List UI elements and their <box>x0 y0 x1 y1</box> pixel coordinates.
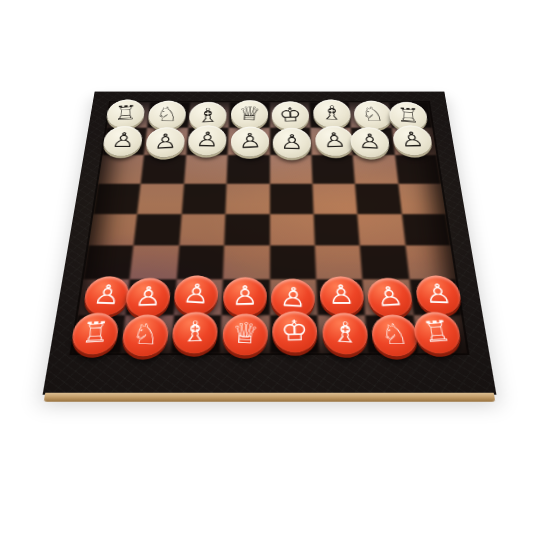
rook-icon: ♖ <box>81 318 111 348</box>
cell-g3 <box>360 246 409 280</box>
cell-a6 <box>98 155 144 184</box>
cell-g8: ♘ <box>349 102 392 128</box>
cell-h8: ♖ <box>389 102 433 128</box>
piece-red-rook-a1: ♖ <box>71 312 120 356</box>
piece-cream-pawn-a7: ♙ <box>102 126 144 156</box>
piece-red-rook-h1: ♖ <box>410 311 463 355</box>
cell-e7: ♙ <box>270 128 312 155</box>
king-icon: ♔ <box>279 105 303 125</box>
cell-e6 <box>270 155 313 184</box>
cell-d1: ♕ <box>220 315 269 353</box>
cell-c4 <box>179 214 226 246</box>
cell-a3 <box>83 246 133 280</box>
cell-e2: ♙ <box>270 279 318 315</box>
cell-f1: ♗ <box>317 315 368 353</box>
cell-g4 <box>358 214 406 246</box>
cell-h3 <box>405 246 455 280</box>
piece-red-pawn-g2: ♙ <box>365 277 415 319</box>
cell-c7: ♙ <box>186 128 229 155</box>
piece-cream-pawn-h7: ♙ <box>391 125 434 155</box>
cell-c5 <box>181 184 226 214</box>
cell-d8: ♕ <box>229 102 270 128</box>
pawn-icon: ♙ <box>238 130 262 151</box>
cell-c2: ♙ <box>174 279 223 315</box>
piece-red-pawn-c2: ♙ <box>172 275 220 316</box>
rook-icon: ♖ <box>420 317 453 347</box>
bishop-icon: ♗ <box>331 318 359 348</box>
knight-icon: ♘ <box>360 104 385 124</box>
pawn-icon: ♙ <box>423 281 453 308</box>
cell-c1: ♗ <box>171 315 222 353</box>
rook-icon: ♖ <box>396 105 420 126</box>
pawn-icon: ♙ <box>195 129 220 150</box>
cell-b5 <box>137 184 183 214</box>
cell-e4 <box>270 214 315 246</box>
piece-red-pawn-f2: ♙ <box>319 277 365 316</box>
piece-cream-pawn-b7: ♙ <box>146 126 185 158</box>
cell-b1: ♘ <box>121 315 173 353</box>
pawn-icon: ♙ <box>399 129 425 150</box>
cell-d7: ♙ <box>228 128 270 155</box>
cell-e1: ♔ <box>270 315 319 353</box>
cell-b6 <box>141 155 186 184</box>
cell-f6 <box>311 155 355 184</box>
cell-h7: ♙ <box>392 128 437 155</box>
photo-background: { "game": "chess", "scene_description": … <box>0 0 533 533</box>
cell-g5 <box>355 184 401 214</box>
pawn-icon: ♙ <box>182 280 212 308</box>
knight-icon: ♘ <box>155 104 180 124</box>
piece-cream-pawn-f7: ♙ <box>314 126 355 157</box>
knight-icon: ♘ <box>130 320 161 349</box>
cell-f7: ♙ <box>310 128 353 155</box>
chessboard-scene: ♖♘♗♕♔♗♘♖♙♙♙♙♙♙♙♙♙♙♙♙♙♙♙♙♖♘♗♕♔♗♘♖ <box>43 92 497 395</box>
piece-red-pawn-b2: ♙ <box>125 278 171 319</box>
cell-a7: ♙ <box>102 128 147 155</box>
cell-h2: ♙ <box>409 279 461 315</box>
piece-cream-king-e8: ♔ <box>271 101 310 130</box>
chessboard: ♖♘♗♕♔♗♘♖♙♙♙♙♙♙♙♙♙♙♙♙♙♙♙♙♖♘♗♕♔♗♘♖ <box>43 92 497 395</box>
bishop-icon: ♗ <box>197 105 220 125</box>
cell-e8: ♔ <box>270 102 311 128</box>
piece-red-knight-b1: ♘ <box>120 314 171 357</box>
bishop-icon: ♗ <box>181 317 209 346</box>
cell-b8: ♘ <box>147 102 190 128</box>
piece-cream-bishop-f8: ♗ <box>313 99 351 129</box>
knight-icon: ♘ <box>380 320 410 348</box>
wood-board-edge <box>44 393 495 402</box>
cell-g2: ♙ <box>363 279 414 315</box>
piece-cream-pawn-e7: ♙ <box>272 127 311 158</box>
pawn-icon: ♙ <box>279 284 307 312</box>
cell-h5 <box>398 184 446 214</box>
cell-a4 <box>88 214 137 246</box>
piece-red-king-e1: ♔ <box>272 311 318 353</box>
cell-c8: ♗ <box>188 102 230 128</box>
piece-red-pawn-d2: ♙ <box>223 277 267 317</box>
cell-f5 <box>312 184 357 214</box>
cell-g6 <box>353 155 398 184</box>
bishop-icon: ♗ <box>320 103 343 123</box>
piece-red-knight-g1: ♘ <box>371 315 420 357</box>
cell-f4 <box>314 214 361 246</box>
cell-e3 <box>270 246 317 280</box>
piece-cream-rook-a8: ♖ <box>107 99 146 129</box>
pawn-icon: ♙ <box>231 283 258 310</box>
pawn-icon: ♙ <box>280 132 304 153</box>
pawn-icon: ♙ <box>110 130 136 150</box>
pawn-icon: ♙ <box>134 283 162 311</box>
queen-icon: ♕ <box>230 319 260 349</box>
cell-a2: ♙ <box>78 279 130 315</box>
piece-cream-pawn-g7: ♙ <box>351 127 390 158</box>
piece-red-bishop-c1: ♗ <box>172 312 218 355</box>
cell-d2: ♙ <box>222 279 270 315</box>
cell-b4 <box>134 214 182 246</box>
pawn-icon: ♙ <box>358 131 382 152</box>
piece-cream-queen-d8: ♕ <box>230 100 269 129</box>
rook-icon: ♖ <box>114 103 138 124</box>
piece-red-pawn-h2: ♙ <box>414 276 462 316</box>
cell-h6 <box>395 155 441 184</box>
piece-red-bishop-f1: ♗ <box>322 312 368 356</box>
pieces-layer: ♖♘♗♕♔♗♘♖♙♙♙♙♙♙♙♙♙♙♙♙♙♙♙♙♖♘♗♕♔♗♘♖ <box>72 102 467 353</box>
cell-h4 <box>402 214 451 246</box>
cell-d4 <box>224 214 269 246</box>
cell-b7: ♙ <box>144 128 188 155</box>
cell-b3 <box>130 246 179 280</box>
pawn-icon: ♙ <box>153 131 177 153</box>
cell-e5 <box>270 184 314 214</box>
pawn-icon: ♙ <box>321 130 346 151</box>
cell-a8: ♖ <box>107 102 151 128</box>
piece-red-pawn-a2: ♙ <box>82 276 132 317</box>
cell-c6 <box>184 155 228 184</box>
pawn-icon: ♙ <box>327 282 355 309</box>
cell-g1: ♘ <box>365 315 417 353</box>
cell-d5 <box>225 184 269 214</box>
pawn-icon: ♙ <box>92 282 123 310</box>
king-icon: ♔ <box>281 317 310 346</box>
cell-a5 <box>93 184 141 214</box>
piece-red-queen-d1: ♕ <box>221 313 269 357</box>
cell-h1: ♖ <box>413 315 467 353</box>
cell-c3 <box>176 246 224 280</box>
cell-f2: ♙ <box>316 279 365 315</box>
piece-cream-knight-b8: ♘ <box>147 101 188 130</box>
piece-cream-pawn-c7: ♙ <box>187 125 227 155</box>
pawn-icon: ♙ <box>374 283 405 311</box>
piece-cream-pawn-d7: ♙ <box>230 126 269 157</box>
queen-icon: ♕ <box>237 104 261 124</box>
cell-b2: ♙ <box>126 279 177 315</box>
piece-cream-knight-g8: ♘ <box>353 101 394 130</box>
cell-a1: ♖ <box>72 315 126 353</box>
cell-g7: ♙ <box>351 128 395 155</box>
cell-d3 <box>223 246 270 280</box>
cell-f3 <box>315 246 363 280</box>
cell-d6 <box>227 155 270 184</box>
cell-f8: ♗ <box>309 102 351 128</box>
